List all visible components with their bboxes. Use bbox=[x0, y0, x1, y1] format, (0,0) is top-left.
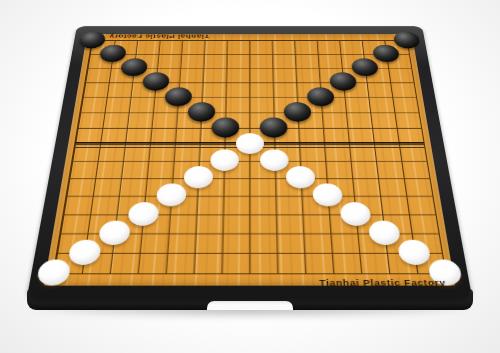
stone-black[interactable] bbox=[164, 87, 192, 106]
stone-white[interactable] bbox=[36, 259, 72, 285]
board-surface: Tianhai Plastic Factory Tianhai Plastic … bbox=[44, 34, 455, 286]
stone-black[interactable] bbox=[260, 117, 288, 137]
stone-white[interactable] bbox=[260, 149, 289, 170]
stone-black[interactable] bbox=[351, 58, 379, 76]
product-photo-scene: Tianhai Plastic Factory Tianhai Plastic … bbox=[0, 0, 500, 353]
stones-layer bbox=[54, 41, 445, 274]
stone-white[interactable] bbox=[340, 202, 372, 226]
stone-black[interactable] bbox=[99, 45, 127, 62]
stone-white[interactable] bbox=[313, 184, 344, 207]
stone-black[interactable] bbox=[307, 87, 335, 106]
brand-text-bottom: Tianhai Plastic Factory bbox=[319, 278, 446, 287]
stone-white[interactable] bbox=[286, 166, 316, 188]
stone-white[interactable] bbox=[127, 202, 159, 226]
go-board: Tianhai Plastic Factory Tianhai Plastic … bbox=[27, 26, 472, 298]
base-notch bbox=[207, 301, 293, 310]
stone-white[interactable] bbox=[67, 240, 101, 265]
stone-black[interactable] bbox=[211, 117, 239, 137]
stone-white[interactable] bbox=[98, 220, 131, 244]
stone-white[interactable] bbox=[156, 184, 187, 207]
stone-black[interactable] bbox=[120, 58, 148, 76]
go-board-grid[interactable] bbox=[52, 40, 446, 274]
stone-white[interactable] bbox=[235, 133, 263, 154]
stone-black[interactable] bbox=[187, 102, 215, 122]
stone-black[interactable] bbox=[372, 45, 400, 62]
brand-text-top: Tianhai Plastic Factory bbox=[109, 33, 210, 39]
stone-white[interactable] bbox=[368, 220, 401, 244]
stone-black[interactable] bbox=[284, 102, 312, 122]
stone-black[interactable] bbox=[78, 32, 106, 49]
board-frame: Tianhai Plastic Factory Tianhai Plastic … bbox=[27, 26, 472, 298]
stone-white[interactable] bbox=[210, 149, 239, 170]
stone-black[interactable] bbox=[329, 73, 357, 91]
stone-white[interactable] bbox=[397, 240, 431, 265]
stone-black[interactable] bbox=[393, 32, 421, 49]
stone-white[interactable] bbox=[183, 166, 213, 188]
stone-black[interactable] bbox=[142, 73, 170, 91]
